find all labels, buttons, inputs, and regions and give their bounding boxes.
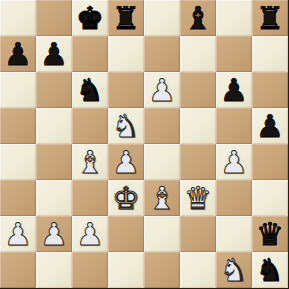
square-f6[interactable]	[180, 72, 216, 108]
square-d4[interactable]: ♟	[108, 144, 144, 180]
square-g4[interactable]: ♟	[216, 144, 252, 180]
square-g1[interactable]: ♞	[216, 252, 252, 288]
square-e6[interactable]: ♟	[144, 72, 180, 108]
square-g2[interactable]	[216, 216, 252, 252]
white-queen[interactable]: ♛	[184, 180, 212, 216]
square-g7[interactable]	[216, 36, 252, 72]
square-h6[interactable]	[252, 72, 288, 108]
white-pawn[interactable]: ♟	[4, 216, 32, 252]
white-pawn[interactable]: ♟	[76, 216, 104, 252]
square-b6[interactable]	[36, 72, 72, 108]
black-queen[interactable]: ♛	[256, 216, 284, 252]
square-c6[interactable]: ♞	[72, 72, 108, 108]
square-f1[interactable]	[180, 252, 216, 288]
black-king[interactable]: ♚	[76, 0, 104, 36]
black-pawn[interactable]: ♟	[256, 108, 284, 144]
white-pawn[interactable]: ♟	[112, 144, 140, 180]
square-a1[interactable]	[0, 252, 36, 288]
square-e1[interactable]	[144, 252, 180, 288]
square-d1[interactable]	[108, 252, 144, 288]
square-c2[interactable]: ♟	[72, 216, 108, 252]
black-knight[interactable]: ♞	[76, 72, 104, 108]
square-f8[interactable]: ♝	[180, 0, 216, 36]
square-e7[interactable]	[144, 36, 180, 72]
square-g5[interactable]	[216, 108, 252, 144]
black-knight[interactable]: ♞	[256, 252, 284, 288]
square-f4[interactable]	[180, 144, 216, 180]
square-d5[interactable]: ♞	[108, 108, 144, 144]
square-c5[interactable]	[72, 108, 108, 144]
square-e8[interactable]	[144, 0, 180, 36]
square-g6[interactable]: ♟	[216, 72, 252, 108]
square-c4[interactable]: ♝	[72, 144, 108, 180]
black-rook[interactable]: ♜	[112, 0, 140, 36]
white-bishop[interactable]: ♝	[76, 144, 104, 180]
square-f2[interactable]	[180, 216, 216, 252]
square-h1[interactable]: ♞	[252, 252, 288, 288]
square-b5[interactable]	[36, 108, 72, 144]
square-b2[interactable]: ♟	[36, 216, 72, 252]
white-pawn[interactable]: ♟	[148, 72, 176, 108]
square-b8[interactable]	[36, 0, 72, 36]
square-f3[interactable]: ♛	[180, 180, 216, 216]
square-c8[interactable]: ♚	[72, 0, 108, 36]
black-rook[interactable]: ♜	[256, 0, 284, 36]
black-pawn[interactable]: ♟	[4, 36, 32, 72]
square-e4[interactable]	[144, 144, 180, 180]
square-d3[interactable]: ♚	[108, 180, 144, 216]
white-knight[interactable]: ♞	[220, 252, 248, 288]
square-b3[interactable]	[36, 180, 72, 216]
black-bishop[interactable]: ♝	[184, 0, 212, 36]
square-e2[interactable]	[144, 216, 180, 252]
white-pawn[interactable]: ♟	[40, 216, 68, 252]
square-a3[interactable]	[0, 180, 36, 216]
square-h5[interactable]: ♟	[252, 108, 288, 144]
square-h7[interactable]	[252, 36, 288, 72]
square-a5[interactable]	[0, 108, 36, 144]
square-a7[interactable]: ♟	[0, 36, 36, 72]
white-knight[interactable]: ♞	[112, 108, 140, 144]
square-f5[interactable]	[180, 108, 216, 144]
square-a2[interactable]: ♟	[0, 216, 36, 252]
black-pawn[interactable]: ♟	[40, 36, 68, 72]
white-bishop[interactable]: ♝	[148, 180, 176, 216]
square-c7[interactable]	[72, 36, 108, 72]
chess-board: ♚♜♝♜♟♟♞♟♟♞♟♝♟♟♚♝♛♟♟♟♛♞♞	[0, 0, 289, 289]
square-d7[interactable]	[108, 36, 144, 72]
square-a4[interactable]	[0, 144, 36, 180]
square-a8[interactable]	[0, 0, 36, 36]
square-g8[interactable]	[216, 0, 252, 36]
white-pawn[interactable]: ♟	[220, 144, 248, 180]
square-h4[interactable]	[252, 144, 288, 180]
square-c3[interactable]	[72, 180, 108, 216]
white-king[interactable]: ♚	[112, 180, 140, 216]
square-d6[interactable]	[108, 72, 144, 108]
square-d8[interactable]: ♜	[108, 0, 144, 36]
square-b7[interactable]: ♟	[36, 36, 72, 72]
square-h2[interactable]: ♛	[252, 216, 288, 252]
square-h8[interactable]: ♜	[252, 0, 288, 36]
square-e3[interactable]: ♝	[144, 180, 180, 216]
square-d2[interactable]	[108, 216, 144, 252]
chess-board-wrap: ♚♜♝♜♟♟♞♟♟♞♟♝♟♟♚♝♛♟♟♟♛♞♞	[0, 0, 289, 289]
square-b4[interactable]	[36, 144, 72, 180]
black-pawn[interactable]: ♟	[220, 72, 248, 108]
square-a6[interactable]	[0, 72, 36, 108]
square-h3[interactable]	[252, 180, 288, 216]
square-f7[interactable]	[180, 36, 216, 72]
square-e5[interactable]	[144, 108, 180, 144]
square-g3[interactable]	[216, 180, 252, 216]
square-b1[interactable]	[36, 252, 72, 288]
square-c1[interactable]	[72, 252, 108, 288]
